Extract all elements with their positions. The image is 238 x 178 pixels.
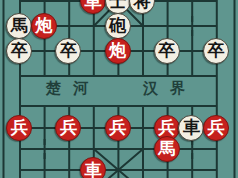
- black-chariot[interactable]: 車: [178, 115, 204, 141]
- red-chariot[interactable]: 車: [80, 157, 106, 178]
- black-cannon[interactable]: 砲: [105, 13, 131, 39]
- black-advisor[interactable]: 士: [105, 0, 131, 14]
- xiangqi-board[interactable]: 楚河 汉界 車士将馬炮砲卒卒炮卒卒兵兵兵兵車兵馬車: [0, 0, 238, 178]
- red-soldier[interactable]: 兵: [203, 115, 229, 141]
- red-soldier[interactable]: 兵: [6, 115, 32, 141]
- red-soldier[interactable]: 兵: [55, 115, 81, 141]
- red-soldier[interactable]: 兵: [105, 115, 131, 141]
- black-soldier[interactable]: 卒: [55, 38, 81, 64]
- black-soldier[interactable]: 卒: [203, 38, 229, 64]
- red-horse[interactable]: 馬: [154, 136, 180, 162]
- red-chariot[interactable]: 車: [80, 0, 106, 14]
- red-cannon[interactable]: 炮: [31, 13, 57, 39]
- black-general[interactable]: 将: [129, 0, 155, 14]
- black-soldier[interactable]: 卒: [154, 38, 180, 64]
- red-cannon[interactable]: 炮: [105, 38, 131, 64]
- black-soldier[interactable]: 卒: [6, 38, 32, 64]
- piece-layer: 車士将馬炮砲卒卒炮卒卒兵兵兵兵車兵馬車: [7, 0, 228, 178]
- black-horse[interactable]: 馬: [6, 13, 32, 39]
